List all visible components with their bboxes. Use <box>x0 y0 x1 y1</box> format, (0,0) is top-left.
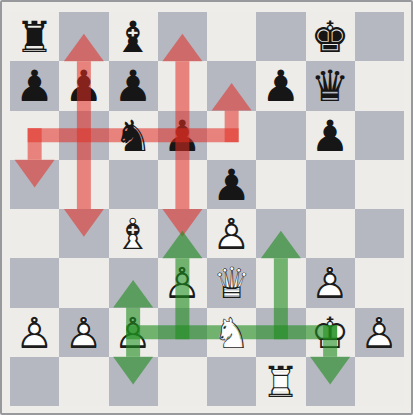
piece-black-knight-c6[interactable]: ♞ <box>109 111 158 160</box>
source-piece-layer: ♞♞♘ <box>10 12 404 406</box>
piece-white-knight-e2[interactable]: ♞♘ <box>207 308 256 357</box>
chess-board: ♜♝♚♟♟♟♟♛♟♟♟♝♗♟♙♟♙♛♕♟♙♟♙♟♙♟♙♚♔♟♙♜♖ ♞♞♘ <box>10 12 404 406</box>
board-frame: ♜♝♚♟♟♟♟♛♟♟♟♝♗♟♙♟♙♛♕♟♙♟♙♟♙♟♙♚♔♟♙♜♖ ♞♞♘ <box>0 0 413 415</box>
